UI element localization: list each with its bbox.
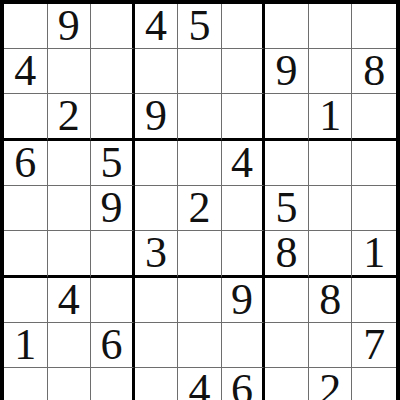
cell-r8c4[interactable] bbox=[135, 323, 179, 368]
cell-r5c6[interactable] bbox=[222, 186, 266, 231]
sudoku-grid: 945498291654925381498167462 bbox=[4, 4, 396, 396]
cell-r4c1[interactable]: 6 bbox=[4, 141, 48, 186]
cell-r1c5[interactable]: 5 bbox=[178, 4, 222, 49]
cell-r9c3[interactable] bbox=[91, 368, 135, 400]
cell-r2c6[interactable] bbox=[222, 49, 266, 94]
cell-r8c5[interactable] bbox=[178, 323, 222, 368]
cell-r8c1[interactable]: 1 bbox=[4, 323, 48, 368]
cell-r3c4[interactable]: 9 bbox=[135, 94, 179, 141]
cell-r3c7[interactable] bbox=[265, 94, 309, 141]
cell-r6c5[interactable] bbox=[178, 231, 222, 278]
cell-r9c6[interactable]: 6 bbox=[222, 368, 266, 400]
cell-r6c2[interactable] bbox=[48, 231, 92, 278]
cell-r8c8[interactable] bbox=[309, 323, 353, 368]
cell-r2c3[interactable] bbox=[91, 49, 135, 94]
cell-r2c4[interactable] bbox=[135, 49, 179, 94]
cell-r4c6[interactable]: 4 bbox=[222, 141, 266, 186]
cell-r4c9[interactable] bbox=[352, 141, 396, 186]
cell-r8c6[interactable] bbox=[222, 323, 266, 368]
cell-r2c8[interactable] bbox=[309, 49, 353, 94]
cell-r7c9[interactable] bbox=[352, 278, 396, 323]
cell-r6c9[interactable]: 1 bbox=[352, 231, 396, 278]
cell-r1c4[interactable]: 4 bbox=[135, 4, 179, 49]
cell-r6c1[interactable] bbox=[4, 231, 48, 278]
cell-r6c7[interactable]: 8 bbox=[265, 231, 309, 278]
cell-r2c7[interactable]: 9 bbox=[265, 49, 309, 94]
cell-r1c1[interactable] bbox=[4, 4, 48, 49]
cell-r1c6[interactable] bbox=[222, 4, 266, 49]
cell-r5c7[interactable]: 5 bbox=[265, 186, 309, 231]
cell-r1c9[interactable] bbox=[352, 4, 396, 49]
cell-r2c1[interactable]: 4 bbox=[4, 49, 48, 94]
cell-r2c2[interactable] bbox=[48, 49, 92, 94]
cell-r6c8[interactable] bbox=[309, 231, 353, 278]
cell-r9c1[interactable] bbox=[4, 368, 48, 400]
cell-r7c5[interactable] bbox=[178, 278, 222, 323]
cell-r9c9[interactable] bbox=[352, 368, 396, 400]
cell-r8c9[interactable]: 7 bbox=[352, 323, 396, 368]
cell-r3c9[interactable] bbox=[352, 94, 396, 141]
cell-r9c4[interactable] bbox=[135, 368, 179, 400]
cell-r5c1[interactable] bbox=[4, 186, 48, 231]
cell-r3c8[interactable]: 1 bbox=[309, 94, 353, 141]
cell-r4c3[interactable]: 5 bbox=[91, 141, 135, 186]
cell-r4c7[interactable] bbox=[265, 141, 309, 186]
cell-r4c8[interactable] bbox=[309, 141, 353, 186]
cell-r3c6[interactable] bbox=[222, 94, 266, 141]
cell-r3c3[interactable] bbox=[91, 94, 135, 141]
cell-r9c2[interactable] bbox=[48, 368, 92, 400]
cell-r2c9[interactable]: 8 bbox=[352, 49, 396, 94]
cell-r8c2[interactable] bbox=[48, 323, 92, 368]
cell-r1c3[interactable] bbox=[91, 4, 135, 49]
cell-r2c5[interactable] bbox=[178, 49, 222, 94]
cell-r7c4[interactable] bbox=[135, 278, 179, 323]
cell-r4c4[interactable] bbox=[135, 141, 179, 186]
cell-r8c7[interactable] bbox=[265, 323, 309, 368]
cell-r7c8[interactable]: 8 bbox=[309, 278, 353, 323]
cell-r8c3[interactable]: 6 bbox=[91, 323, 135, 368]
cell-r3c5[interactable] bbox=[178, 94, 222, 141]
cell-r6c3[interactable] bbox=[91, 231, 135, 278]
cell-r5c9[interactable] bbox=[352, 186, 396, 231]
cell-r4c5[interactable] bbox=[178, 141, 222, 186]
cell-r3c2[interactable]: 2 bbox=[48, 94, 92, 141]
cell-r5c4[interactable] bbox=[135, 186, 179, 231]
cell-r5c3[interactable]: 9 bbox=[91, 186, 135, 231]
cell-r7c6[interactable]: 9 bbox=[222, 278, 266, 323]
cell-r9c7[interactable] bbox=[265, 368, 309, 400]
cell-r7c3[interactable] bbox=[91, 278, 135, 323]
cell-r7c2[interactable]: 4 bbox=[48, 278, 92, 323]
cell-r1c2[interactable]: 9 bbox=[48, 4, 92, 49]
cell-r9c5[interactable]: 4 bbox=[178, 368, 222, 400]
sudoku-board: 945498291654925381498167462 bbox=[0, 0, 400, 400]
cell-r5c8[interactable] bbox=[309, 186, 353, 231]
cell-r5c2[interactable] bbox=[48, 186, 92, 231]
cell-r6c4[interactable]: 3 bbox=[135, 231, 179, 278]
cell-r7c7[interactable] bbox=[265, 278, 309, 323]
cell-r5c5[interactable]: 2 bbox=[178, 186, 222, 231]
cell-r7c1[interactable] bbox=[4, 278, 48, 323]
cell-r4c2[interactable] bbox=[48, 141, 92, 186]
cell-r1c7[interactable] bbox=[265, 4, 309, 49]
cell-r9c8[interactable]: 2 bbox=[309, 368, 353, 400]
cell-r3c1[interactable] bbox=[4, 94, 48, 141]
cell-r6c6[interactable] bbox=[222, 231, 266, 278]
cell-r1c8[interactable] bbox=[309, 4, 353, 49]
